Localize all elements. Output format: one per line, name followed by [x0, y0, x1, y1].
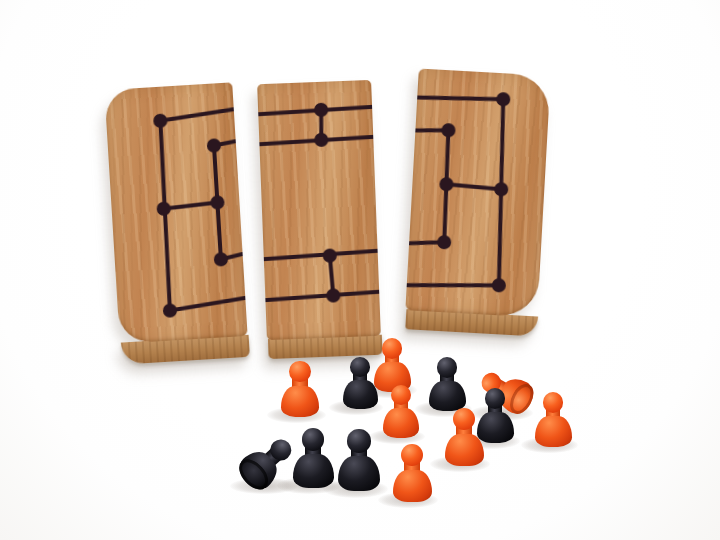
board-left-face [104, 82, 247, 343]
pawn-base [383, 408, 419, 438]
pawn-orange[interactable] [445, 408, 484, 466]
pawn-head [302, 428, 325, 451]
pawn-black[interactable] [429, 357, 466, 411]
board-right[interactable] [405, 69, 550, 318]
morris-point[interactable] [437, 235, 452, 250]
board-middle-morris-pattern [257, 80, 381, 340]
morris-line [265, 292, 379, 300]
pawn-orange[interactable] [374, 338, 411, 392]
pawn-head [382, 338, 403, 359]
morris-point[interactable] [207, 138, 222, 153]
pawn-head [289, 361, 310, 382]
morris-line [407, 280, 499, 290]
pawn-head [401, 444, 423, 466]
morris-line [169, 298, 245, 311]
board-middle-face [257, 80, 381, 340]
pawn-head [453, 408, 475, 430]
pawn-head [437, 357, 458, 378]
pawn-head [543, 392, 564, 413]
pawn-head [485, 388, 506, 409]
morris-line [160, 109, 234, 121]
morris-point[interactable] [314, 133, 329, 148]
pawn-black[interactable] [293, 428, 334, 488]
morris-point[interactable] [210, 195, 225, 210]
morris-point[interactable] [322, 248, 337, 263]
morris-point[interactable] [213, 252, 228, 267]
morris-point[interactable] [314, 103, 329, 118]
pawn-base [281, 386, 319, 417]
pawn-head [391, 385, 411, 405]
pawn-base [338, 456, 380, 491]
pawn-head [350, 357, 370, 377]
morris-point[interactable] [156, 201, 171, 216]
pawn-orange[interactable] [535, 392, 572, 447]
board-right-morris-pattern [405, 69, 550, 318]
board-left[interactable] [104, 82, 247, 343]
board-left-morris-pattern [104, 82, 247, 343]
pawn-base [429, 381, 466, 411]
pawn-head [347, 429, 371, 453]
pawn-black[interactable] [338, 429, 380, 491]
morris-line [446, 184, 501, 189]
morris-point[interactable] [491, 278, 506, 293]
morris-point[interactable] [439, 177, 454, 192]
morris-point[interactable] [163, 303, 178, 318]
board-right-face [405, 69, 550, 318]
morris-line [158, 121, 172, 311]
pawn-base [343, 380, 378, 409]
morris-point[interactable] [494, 182, 509, 197]
scene [0, 0, 720, 540]
morris-line [264, 251, 378, 259]
pawn-base [393, 470, 432, 502]
morris-point[interactable] [496, 92, 511, 107]
morris-point[interactable] [441, 123, 456, 138]
pawn-base [445, 434, 484, 466]
morris-line [164, 202, 218, 208]
pawn-base [535, 416, 572, 447]
pawn-orange[interactable] [281, 361, 319, 417]
pawn-orange[interactable] [383, 385, 419, 438]
pawn-base [293, 454, 334, 488]
morris-point[interactable] [326, 288, 341, 303]
pawn-black[interactable] [343, 357, 378, 409]
board-middle[interactable] [257, 80, 381, 340]
morris-point[interactable] [153, 113, 168, 128]
pawn-orange[interactable] [393, 444, 432, 502]
morris-line [417, 94, 503, 102]
